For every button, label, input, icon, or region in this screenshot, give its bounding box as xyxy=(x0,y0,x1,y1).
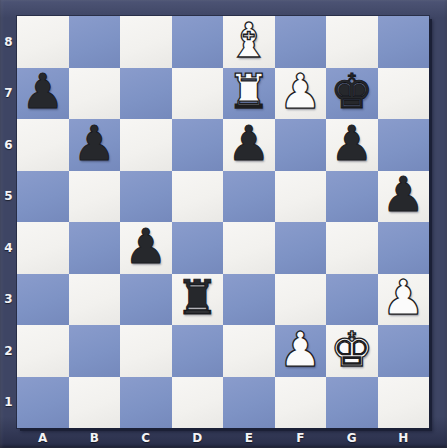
piece-white-pawn-f2[interactable]: ♟ xyxy=(279,325,322,373)
rank-labels: 87654321 xyxy=(0,16,17,428)
square-d5[interactable] xyxy=(172,171,224,223)
square-e6[interactable]: ♟ xyxy=(223,119,275,171)
square-a3[interactable] xyxy=(17,274,69,326)
square-b3[interactable] xyxy=(69,274,121,326)
file-label-h: H xyxy=(378,428,430,448)
square-d4[interactable] xyxy=(172,222,224,274)
square-b1[interactable] xyxy=(69,377,121,429)
square-a7[interactable]: ♟ xyxy=(17,68,69,120)
rank-label-5: 5 xyxy=(0,171,17,223)
file-label-a: A xyxy=(17,428,69,448)
piece-black-pawn-g6[interactable]: ♟ xyxy=(330,119,373,167)
square-e3[interactable] xyxy=(223,274,275,326)
square-d8[interactable] xyxy=(172,16,224,68)
square-f2[interactable]: ♟ xyxy=(275,325,327,377)
rank-label-7: 7 xyxy=(0,68,17,120)
square-h5[interactable]: ♟ xyxy=(378,171,430,223)
square-f4[interactable] xyxy=(275,222,327,274)
square-f7[interactable]: ♟ xyxy=(275,68,327,120)
rank-label-2: 2 xyxy=(0,325,17,377)
square-b6[interactable]: ♟ xyxy=(69,119,121,171)
square-c3[interactable] xyxy=(120,274,172,326)
square-h7[interactable] xyxy=(378,68,430,120)
file-label-b: B xyxy=(69,428,121,448)
rank-label-8: 8 xyxy=(0,16,17,68)
square-h8[interactable] xyxy=(378,16,430,68)
square-g3[interactable] xyxy=(326,274,378,326)
square-h2[interactable] xyxy=(378,325,430,377)
square-h3[interactable]: ♟ xyxy=(378,274,430,326)
piece-black-rook-d3[interactable]: ♜ xyxy=(176,274,219,322)
file-label-f: F xyxy=(275,428,327,448)
piece-black-pawn-b6[interactable]: ♟ xyxy=(73,119,116,167)
rank-label-3: 3 xyxy=(0,274,17,326)
square-a1[interactable] xyxy=(17,377,69,429)
piece-white-rook-e7[interactable]: ♜ xyxy=(227,68,270,116)
square-a6[interactable] xyxy=(17,119,69,171)
square-c1[interactable] xyxy=(120,377,172,429)
square-a4[interactable] xyxy=(17,222,69,274)
square-f6[interactable] xyxy=(275,119,327,171)
square-c6[interactable] xyxy=(120,119,172,171)
chess-board-frame: 87654321 ♝♟♜♟♚♟♟♟♟♟♜♟♟♚ ABCDEFGH xyxy=(0,0,447,448)
square-f8[interactable] xyxy=(275,16,327,68)
square-d2[interactable] xyxy=(172,325,224,377)
rank-label-6: 6 xyxy=(0,119,17,171)
rank-label-4: 4 xyxy=(0,222,17,274)
square-f1[interactable] xyxy=(275,377,327,429)
square-b4[interactable] xyxy=(69,222,121,274)
square-c5[interactable] xyxy=(120,171,172,223)
file-labels: ABCDEFGH xyxy=(17,428,429,448)
file-label-g: G xyxy=(326,428,378,448)
square-e2[interactable] xyxy=(223,325,275,377)
rank-label-1: 1 xyxy=(0,377,17,429)
square-h4[interactable] xyxy=(378,222,430,274)
piece-black-pawn-a7[interactable]: ♟ xyxy=(21,68,64,116)
square-a5[interactable] xyxy=(17,171,69,223)
square-g5[interactable] xyxy=(326,171,378,223)
square-b8[interactable] xyxy=(69,16,121,68)
square-g6[interactable]: ♟ xyxy=(326,119,378,171)
piece-black-pawn-e6[interactable]: ♟ xyxy=(227,119,270,167)
piece-black-king-g7[interactable]: ♚ xyxy=(330,68,373,116)
file-label-e: E xyxy=(223,428,275,448)
piece-white-pawn-f7[interactable]: ♟ xyxy=(279,68,322,116)
piece-black-pawn-c4[interactable]: ♟ xyxy=(124,222,167,270)
square-a2[interactable] xyxy=(17,325,69,377)
square-h6[interactable] xyxy=(378,119,430,171)
square-g4[interactable] xyxy=(326,222,378,274)
square-b5[interactable] xyxy=(69,171,121,223)
square-e5[interactable] xyxy=(223,171,275,223)
square-d6[interactable] xyxy=(172,119,224,171)
square-f5[interactable] xyxy=(275,171,327,223)
square-c4[interactable]: ♟ xyxy=(120,222,172,274)
piece-white-bishop-e8[interactable]: ♝ xyxy=(227,16,270,64)
square-g8[interactable] xyxy=(326,16,378,68)
square-e8[interactable]: ♝ xyxy=(223,16,275,68)
file-label-d: D xyxy=(172,428,224,448)
square-d1[interactable] xyxy=(172,377,224,429)
square-b2[interactable] xyxy=(69,325,121,377)
piece-black-pawn-h5[interactable]: ♟ xyxy=(382,171,425,219)
square-d3[interactable]: ♜ xyxy=(172,274,224,326)
square-g2[interactable]: ♚ xyxy=(326,325,378,377)
square-c7[interactable] xyxy=(120,68,172,120)
square-e4[interactable] xyxy=(223,222,275,274)
square-g7[interactable]: ♚ xyxy=(326,68,378,120)
square-c2[interactable] xyxy=(120,325,172,377)
square-e7[interactable]: ♜ xyxy=(223,68,275,120)
square-d7[interactable] xyxy=(172,68,224,120)
file-label-c: C xyxy=(120,428,172,448)
square-c8[interactable] xyxy=(120,16,172,68)
square-g1[interactable] xyxy=(326,377,378,429)
square-f3[interactable] xyxy=(275,274,327,326)
square-h1[interactable] xyxy=(378,377,430,429)
square-b7[interactable] xyxy=(69,68,121,120)
square-e1[interactable] xyxy=(223,377,275,429)
piece-white-pawn-h3[interactable]: ♟ xyxy=(382,274,425,322)
square-a8[interactable] xyxy=(17,16,69,68)
piece-white-king-g2[interactable]: ♚ xyxy=(330,325,373,373)
chess-board: ♝♟♜♟♚♟♟♟♟♟♜♟♟♚ xyxy=(17,16,429,428)
